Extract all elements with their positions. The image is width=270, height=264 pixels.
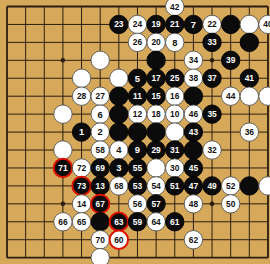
white-stone-28[interactable]: 28 [72, 87, 90, 105]
white-stone-68[interactable]: 68 [110, 177, 128, 195]
move-number: 32 [207, 145, 217, 155]
move-number: 66 [58, 217, 68, 227]
white-stone-34[interactable]: 34 [184, 51, 202, 69]
black-stone-53[interactable]: 53 [128, 177, 146, 195]
black-stone-61[interactable]: 61 [166, 213, 184, 231]
move-number: 49 [207, 181, 217, 191]
move-number: 69 [96, 163, 106, 173]
white-stone-24[interactable]: 24 [128, 15, 146, 33]
stone-circle [110, 123, 128, 141]
white-stone-36[interactable]: 36 [240, 123, 258, 141]
go-board[interactable]: 4223241921722402620833343951725383741282… [0, 0, 270, 264]
stone-circle [91, 248, 109, 264]
white-stone-20[interactable]: 20 [147, 33, 165, 51]
white-stone-22[interactable]: 22 [203, 15, 221, 33]
move-number: 59 [133, 217, 143, 227]
black-stone-29[interactable]: 29 [147, 141, 165, 159]
black-stone-19[interactable]: 19 [147, 15, 165, 33]
black-stone-11[interactable]: 11 [128, 87, 146, 105]
black-stone-37[interactable]: 37 [203, 69, 221, 87]
black-stone-41[interactable]: 41 [240, 69, 258, 87]
white-stone-2[interactable]: 2 [91, 123, 109, 141]
stone-circle [184, 141, 202, 159]
move-number: 22 [207, 19, 217, 29]
star-point [61, 58, 66, 63]
black-stone[interactable] [184, 87, 202, 105]
black-stone-45[interactable]: 45 [184, 159, 202, 177]
move-number: 17 [151, 73, 161, 83]
black-stone-67[interactable]: 67 [91, 195, 109, 213]
stone-circle [54, 141, 72, 159]
move-number: 8 [172, 37, 177, 48]
move-number: 39 [226, 55, 236, 65]
black-stone[interactable] [91, 213, 109, 231]
stone-circle [147, 51, 165, 69]
white-stone-38[interactable]: 38 [184, 69, 202, 87]
move-number: 1 [79, 126, 84, 137]
black-stone-63[interactable]: 63 [110, 213, 128, 231]
stone-circle [240, 87, 258, 105]
black-stone-35[interactable]: 35 [203, 105, 221, 123]
stone-circle [240, 15, 258, 33]
black-stone[interactable] [184, 141, 202, 159]
black-stone-13[interactable]: 13 [91, 177, 109, 195]
move-number: 5 [135, 73, 140, 84]
move-number: 18 [151, 109, 161, 119]
move-number: 36 [245, 127, 255, 137]
move-number: 29 [151, 145, 161, 155]
white-stone-62[interactable]: 62 [184, 231, 202, 249]
white-stone[interactable] [147, 159, 165, 177]
black-stone-33[interactable]: 33 [203, 33, 221, 51]
move-number: 21 [170, 19, 180, 29]
white-stone-48[interactable]: 48 [184, 195, 202, 213]
stone-circle [240, 33, 258, 51]
move-number: 9 [135, 144, 140, 155]
move-number: 23 [114, 19, 124, 29]
move-number: 44 [226, 91, 236, 101]
white-stone-72[interactable]: 72 [72, 159, 90, 177]
move-number: 15 [151, 91, 161, 101]
move-number: 56 [133, 199, 143, 209]
white-stone-12[interactable]: 12 [128, 105, 146, 123]
move-number: 63 [114, 217, 124, 227]
black-stone[interactable] [110, 123, 128, 141]
move-number: 68 [114, 181, 124, 191]
move-number: 14 [77, 199, 87, 209]
move-number: 38 [189, 73, 199, 83]
stone-circle [147, 159, 165, 177]
white-stone-44[interactable]: 44 [221, 87, 239, 105]
white-stone-30[interactable]: 30 [166, 159, 184, 177]
move-number: 46 [189, 109, 199, 119]
move-number: 28 [77, 91, 87, 101]
white-stone[interactable] [91, 51, 109, 69]
black-stone-21[interactable]: 21 [166, 15, 184, 33]
stone-circle [110, 69, 128, 87]
move-number: 20 [151, 37, 161, 47]
white-stone-70[interactable]: 70 [91, 231, 109, 249]
move-number: 40 [263, 19, 270, 29]
move-number: 53 [133, 181, 143, 191]
move-number: 70 [96, 235, 106, 245]
white-stone-32[interactable]: 32 [203, 141, 221, 159]
stone-circle [72, 69, 90, 87]
white-stone[interactable] [54, 105, 72, 123]
move-number: 57 [151, 199, 161, 209]
stone-circle [110, 105, 128, 123]
move-number: 62 [189, 235, 199, 245]
move-number: 11 [133, 91, 142, 101]
stone-circle [240, 177, 258, 195]
move-number: 58 [96, 145, 106, 155]
stone-circle [184, 87, 202, 105]
white-stone[interactable] [240, 87, 258, 105]
move-number: 55 [133, 163, 143, 173]
white-stone-14[interactable]: 14 [72, 195, 90, 213]
star-point [61, 202, 66, 207]
black-stone-5[interactable]: 5 [128, 69, 146, 87]
stone-circle [91, 213, 109, 231]
move-number: 71 [58, 163, 68, 173]
move-number: 26 [133, 37, 143, 47]
black-stone-25[interactable]: 25 [166, 69, 184, 87]
black-stone[interactable] [128, 123, 146, 141]
move-number: 30 [170, 163, 180, 173]
move-number: 13 [96, 181, 106, 191]
black-stone[interactable] [110, 105, 128, 123]
black-stone-1[interactable]: 1 [72, 123, 90, 141]
white-stone-6[interactable]: 6 [91, 105, 109, 123]
white-stone-42[interactable]: 42 [166, 0, 184, 16]
stone-circle [221, 15, 239, 33]
white-stone-16[interactable]: 16 [166, 87, 184, 105]
black-stone-57[interactable]: 57 [147, 195, 165, 213]
move-number: 6 [98, 109, 103, 120]
move-number: 64 [151, 217, 161, 227]
stone-circle [147, 123, 165, 141]
move-number: 42 [170, 2, 180, 12]
move-number: 65 [77, 217, 87, 227]
stone-circle [91, 51, 109, 69]
black-stone-39[interactable]: 39 [221, 51, 239, 69]
black-stone-23[interactable]: 23 [110, 15, 128, 33]
black-stone-49[interactable]: 49 [203, 177, 221, 195]
move-number: 4 [116, 144, 122, 155]
move-number: 37 [207, 73, 217, 83]
black-stone[interactable] [110, 87, 128, 105]
black-stone-17[interactable]: 17 [147, 69, 165, 87]
move-number: 60 [114, 235, 124, 245]
move-number: 43 [189, 127, 199, 137]
move-number: 47 [189, 181, 199, 191]
white-stone[interactable] [240, 15, 258, 33]
move-number: 3 [116, 162, 121, 173]
white-stone-8[interactable]: 8 [166, 33, 184, 51]
move-number: 24 [133, 19, 143, 29]
white-stone-52[interactable]: 52 [221, 177, 239, 195]
move-number: 33 [207, 37, 217, 47]
black-stone-3[interactable]: 3 [110, 159, 128, 177]
move-number: 67 [96, 199, 106, 209]
move-number: 72 [77, 163, 87, 173]
move-number: 25 [170, 73, 180, 83]
white-stone-4[interactable]: 4 [110, 141, 128, 159]
white-stone-66[interactable]: 66 [54, 213, 72, 231]
move-number: 61 [170, 217, 180, 227]
stone-circle [128, 123, 146, 141]
white-stone-18[interactable]: 18 [147, 105, 165, 123]
black-stone-71[interactable]: 71 [54, 159, 72, 177]
go-board-svg[interactable]: 4223241921722402620833343951725383741282… [0, 0, 270, 264]
star-point [210, 202, 215, 207]
star-point [210, 58, 215, 63]
move-number: 27 [96, 91, 106, 101]
move-number: 54 [151, 181, 161, 191]
black-stone-43[interactable]: 43 [184, 123, 202, 141]
white-stone[interactable] [72, 69, 90, 87]
black-stone-7[interactable]: 7 [184, 15, 202, 33]
stone-circle [166, 123, 184, 141]
stone-circle [110, 87, 128, 105]
white-stone-10[interactable]: 10 [166, 105, 184, 123]
move-number: 50 [226, 199, 236, 209]
white-stone-58[interactable]: 58 [91, 141, 109, 159]
black-stone-47[interactable]: 47 [184, 177, 202, 195]
white-stone-54[interactable]: 54 [147, 177, 165, 195]
move-number: 73 [77, 181, 87, 191]
black-stone-59[interactable]: 59 [128, 213, 146, 231]
black-stone[interactable] [147, 51, 165, 69]
move-number: 7 [191, 19, 196, 30]
move-number: 35 [207, 109, 217, 119]
black-stone-73[interactable]: 73 [72, 177, 90, 195]
black-stone-69[interactable]: 69 [91, 159, 109, 177]
black-stone-51[interactable]: 51 [166, 177, 184, 195]
white-stone-46[interactable]: 46 [184, 105, 202, 123]
move-number: 19 [151, 19, 161, 29]
white-stone-27[interactable]: 27 [91, 87, 109, 105]
black-stone-31[interactable]: 31 [166, 141, 184, 159]
white-stone[interactable] [110, 69, 128, 87]
white-stone-50[interactable]: 50 [221, 195, 239, 213]
white-stone[interactable] [91, 248, 109, 264]
black-stone-9[interactable]: 9 [128, 141, 146, 159]
move-number: 31 [170, 145, 180, 155]
black-stone[interactable] [240, 177, 258, 195]
white-stone[interactable] [54, 141, 72, 159]
white-stone-60[interactable]: 60 [110, 231, 128, 249]
move-number: 2 [98, 126, 103, 137]
move-number: 16 [170, 91, 180, 101]
black-stone[interactable] [147, 123, 165, 141]
stone-circle [54, 105, 72, 123]
move-number: 52 [226, 181, 236, 191]
white-stone-64[interactable]: 64 [147, 213, 165, 231]
move-number: 41 [245, 73, 255, 83]
black-stone-15[interactable]: 15 [147, 87, 165, 105]
move-number: 51 [170, 181, 180, 191]
move-number: 48 [189, 199, 199, 209]
black-stone[interactable] [240, 33, 258, 51]
move-number: 12 [133, 109, 143, 119]
black-stone-55[interactable]: 55 [128, 159, 146, 177]
move-number: 10 [170, 109, 180, 119]
white-stone-65[interactable]: 65 [72, 213, 90, 231]
move-number: 34 [189, 55, 199, 65]
white-stone-56[interactable]: 56 [128, 195, 146, 213]
black-stone[interactable] [221, 15, 239, 33]
white-stone-26[interactable]: 26 [128, 33, 146, 51]
white-stone[interactable] [166, 123, 184, 141]
move-number: 45 [189, 163, 199, 173]
